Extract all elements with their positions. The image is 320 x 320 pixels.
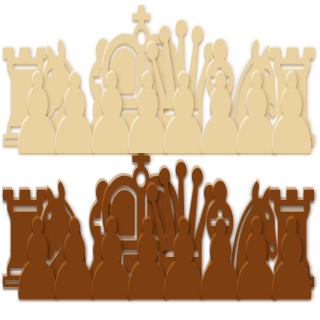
chess-sets-photo: ♜♞♝♚♛♝♞♜♟♟♟♟♟♟♟♟ ♜♞♝♚♛♝♞♜♟♟♟♟♟♟♟♟ bbox=[0, 0, 320, 320]
light-piece-set: ♜♞♝♚♛♝♞♜♟♟♟♟♟♟♟♟ bbox=[0, 0, 320, 160]
dark-pawn-7: ♟ bbox=[263, 217, 320, 303]
light-pawn-7: ♟ bbox=[263, 71, 320, 157]
dark-piece-set: ♜♞♝♚♛♝♞♜♟♟♟♟♟♟♟♟ bbox=[0, 160, 320, 320]
